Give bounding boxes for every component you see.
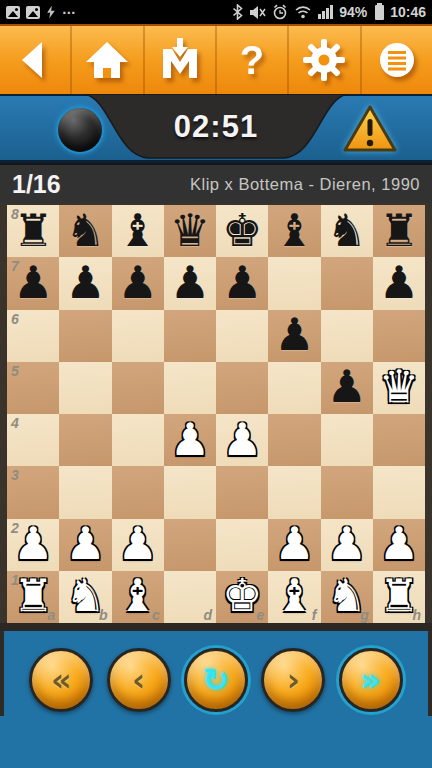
svg-text:?: ? — [240, 38, 264, 82]
first-move-icon: « — [51, 661, 72, 699]
square-a7[interactable]: 7♟ — [7, 257, 59, 309]
piece-black-knight: ♞ — [65, 208, 105, 253]
home-button[interactable] — [70, 26, 142, 94]
help-button[interactable]: ? — [215, 26, 287, 94]
square-e7[interactable]: ♟ — [216, 257, 268, 309]
battery-percent: 94% — [339, 4, 367, 20]
home-icon — [83, 36, 131, 84]
square-a8[interactable]: 8♜ — [7, 205, 59, 257]
move-counter: 1/16 — [12, 170, 61, 199]
piece-white-rook: ♜ — [13, 573, 53, 618]
piece-white-rook: ♜ — [379, 573, 419, 618]
last-move-icon: » — [360, 661, 381, 699]
back-button[interactable] — [0, 26, 70, 94]
square-c3[interactable] — [112, 466, 164, 518]
screenshot-icon — [26, 6, 40, 19]
square-f5[interactable] — [268, 362, 320, 414]
piece-white-pawn: ♟ — [222, 417, 262, 462]
rank-label: 6 — [11, 311, 19, 327]
rank-label: 4 — [11, 415, 19, 431]
piece-black-rook: ♜ — [379, 208, 419, 253]
piece-white-pawn: ♟ — [326, 521, 366, 566]
info-bar: 1/16 Klip x Bottema - Dieren, 1990 — [0, 163, 432, 203]
warning-icon[interactable] — [342, 104, 398, 154]
mute-icon — [249, 5, 266, 20]
square-d2[interactable] — [164, 519, 216, 571]
square-g1[interactable]: g♞ — [321, 571, 373, 623]
piece-black-pawn: ♟ — [170, 260, 210, 305]
file-label: d — [203, 607, 212, 623]
square-g2[interactable]: ♟ — [321, 519, 373, 571]
square-f7[interactable] — [268, 257, 320, 309]
game-title: Klip x Bottema - Dieren, 1990 — [61, 175, 420, 194]
piece-black-pawn: ♟ — [222, 260, 262, 305]
square-e2[interactable] — [216, 519, 268, 571]
square-h4[interactable] — [373, 414, 425, 466]
square-c1[interactable]: c♝ — [112, 571, 164, 623]
previous-move-button[interactable]: ‹ — [107, 648, 171, 712]
download-logo-button[interactable] — [143, 26, 215, 94]
square-c4[interactable] — [112, 414, 164, 466]
piece-white-pawn: ♟ — [65, 521, 105, 566]
square-f6[interactable]: ♟ — [268, 310, 320, 362]
app-toolbar: ? — [0, 24, 432, 94]
square-a2[interactable]: 2♟ — [7, 519, 59, 571]
piece-black-knight: ♞ — [326, 208, 366, 253]
square-a5[interactable]: 5 — [7, 362, 59, 414]
square-e1[interactable]: e♚ — [216, 571, 268, 623]
square-b2[interactable]: ♟ — [59, 519, 111, 571]
square-f1[interactable]: f♝ — [268, 571, 320, 623]
gear-icon — [300, 36, 348, 84]
square-d6[interactable] — [164, 310, 216, 362]
piece-white-pawn: ♟ — [13, 521, 53, 566]
square-e5[interactable] — [216, 362, 268, 414]
settings-button[interactable] — [287, 26, 359, 94]
piece-white-knight: ♞ — [65, 573, 105, 618]
square-e3[interactable] — [216, 466, 268, 518]
square-f3[interactable] — [268, 466, 320, 518]
square-a4[interactable]: 4 — [7, 414, 59, 466]
square-e8[interactable]: ♚ — [216, 205, 268, 257]
square-h8[interactable]: ♜ — [373, 205, 425, 257]
square-g7[interactable] — [321, 257, 373, 309]
piece-white-bishop: ♝ — [117, 573, 157, 618]
square-b7[interactable]: ♟ — [59, 257, 111, 309]
square-e6[interactable] — [216, 310, 268, 362]
alarm-icon — [272, 4, 288, 20]
square-c7[interactable]: ♟ — [112, 257, 164, 309]
piece-black-king: ♚ — [222, 208, 262, 253]
piece-black-pawn: ♟ — [274, 312, 314, 357]
piece-black-pawn: ♟ — [326, 364, 366, 409]
rank-label: 3 — [11, 467, 19, 483]
move-navigation: « ‹ ↻ › » — [0, 631, 432, 712]
first-move-button[interactable]: « — [29, 648, 93, 712]
piece-white-bishop: ♝ — [274, 573, 314, 618]
board-frame: 8♜♞♝♛♚♝♞♜7♟♟♟♟♟♟6♟5♟♛4♟♟32♟♟♟♟♟♟1a♜b♞c♝d… — [0, 203, 432, 623]
square-h2[interactable]: ♟ — [373, 519, 425, 571]
square-d4[interactable]: ♟ — [164, 414, 216, 466]
piece-white-pawn: ♟ — [274, 521, 314, 566]
square-g5[interactable]: ♟ — [321, 362, 373, 414]
more-notifications-icon: ⋯ — [62, 4, 77, 20]
square-h7[interactable]: ♟ — [373, 257, 425, 309]
redo-icon: ↻ — [203, 661, 230, 699]
square-b8[interactable]: ♞ — [59, 205, 111, 257]
square-b5[interactable] — [59, 362, 111, 414]
piece-white-pawn: ♟ — [379, 521, 419, 566]
piece-white-pawn: ♟ — [117, 521, 157, 566]
square-b3[interactable] — [59, 466, 111, 518]
piece-black-bishop: ♝ — [117, 208, 157, 253]
piece-black-pawn: ♟ — [65, 260, 105, 305]
back-icon — [11, 36, 59, 84]
status-bar: ⋯ 94% 10:46 — [0, 0, 432, 24]
square-c8[interactable]: ♝ — [112, 205, 164, 257]
photo-icon — [6, 6, 20, 19]
square-h3[interactable] — [373, 466, 425, 518]
square-h1[interactable]: h♜ — [373, 571, 425, 623]
download-m-icon — [156, 36, 204, 84]
piece-black-rook: ♜ — [13, 208, 53, 253]
signal-icon — [318, 5, 333, 19]
menu-button[interactable] — [360, 26, 432, 94]
redo-button[interactable]: ↻ — [184, 648, 248, 712]
piece-white-queen: ♛ — [379, 364, 419, 409]
square-f2[interactable]: ♟ — [268, 519, 320, 571]
question-icon: ? — [228, 36, 276, 84]
piece-black-pawn: ♟ — [13, 260, 53, 305]
square-h5[interactable]: ♛ — [373, 362, 425, 414]
status-time: 10:46 — [390, 4, 426, 20]
square-f8[interactable]: ♝ — [268, 205, 320, 257]
wifi-icon — [294, 5, 312, 19]
footer: « ‹ ↻ › » — [0, 631, 432, 768]
square-d1[interactable]: d — [164, 571, 216, 623]
square-c2[interactable]: ♟ — [112, 519, 164, 571]
clock-bar: 02:51 — [0, 94, 432, 163]
square-c5[interactable] — [112, 362, 164, 414]
square-d8[interactable]: ♛ — [164, 205, 216, 257]
last-move-button[interactable]: » — [339, 648, 403, 712]
piece-white-pawn: ♟ — [170, 417, 210, 462]
flash-icon — [46, 6, 56, 19]
square-f4[interactable] — [268, 414, 320, 466]
rank-label: 5 — [11, 363, 19, 379]
square-b1[interactable]: b♞ — [59, 571, 111, 623]
battery-icon — [375, 5, 384, 20]
piece-black-queen: ♛ — [170, 208, 210, 253]
previous-move-icon: ‹ — [132, 661, 145, 699]
board-bottom-strip — [0, 623, 432, 631]
square-g4[interactable] — [321, 414, 373, 466]
square-h6[interactable] — [373, 310, 425, 362]
square-e4[interactable]: ♟ — [216, 414, 268, 466]
square-g6[interactable] — [321, 310, 373, 362]
piece-white-king: ♚ — [222, 573, 262, 618]
square-c6[interactable] — [112, 310, 164, 362]
square-d5[interactable] — [164, 362, 216, 414]
piece-black-pawn: ♟ — [117, 260, 157, 305]
next-move-icon: › — [287, 661, 300, 699]
square-d7[interactable]: ♟ — [164, 257, 216, 309]
square-a6[interactable]: 6 — [7, 310, 59, 362]
square-b4[interactable] — [59, 414, 111, 466]
square-b6[interactable] — [59, 310, 111, 362]
bluetooth-icon — [232, 4, 243, 20]
board: 8♜♞♝♛♚♝♞♜7♟♟♟♟♟♟6♟5♟♛4♟♟32♟♟♟♟♟♟1a♜b♞c♝d… — [7, 205, 425, 623]
piece-black-bishop: ♝ — [274, 208, 314, 253]
next-move-button[interactable]: › — [261, 648, 325, 712]
clock-time: 02:51 — [174, 109, 258, 145]
piece-black-pawn: ♟ — [379, 260, 419, 305]
square-d3[interactable] — [164, 466, 216, 518]
square-a1[interactable]: 1a♜ — [7, 571, 59, 623]
square-g8[interactable]: ♞ — [321, 205, 373, 257]
square-g3[interactable] — [321, 466, 373, 518]
menu-icon — [373, 36, 421, 84]
piece-white-knight: ♞ — [326, 573, 366, 618]
square-a3[interactable]: 3 — [7, 466, 59, 518]
